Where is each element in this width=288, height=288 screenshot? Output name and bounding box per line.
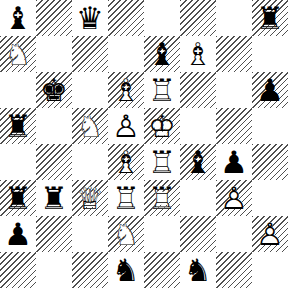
square-c3[interactable]: ♛♕ (72, 180, 108, 216)
square-e5[interactable]: ♚♔ (144, 108, 180, 144)
square-g7[interactable] (216, 36, 252, 72)
white-knight: ♘ (108, 216, 144, 252)
white-knight: ♘ (72, 108, 108, 144)
square-h1[interactable] (252, 252, 288, 288)
square-h7[interactable] (252, 36, 288, 72)
black-rook: ♜ (36, 180, 72, 216)
square-d7[interactable] (108, 36, 144, 72)
square-f1[interactable]: ♞ (180, 252, 216, 288)
square-f7[interactable]: ♝♗ (180, 36, 216, 72)
square-g6[interactable] (216, 72, 252, 108)
black-rook: ♜ (0, 180, 36, 216)
square-b7[interactable] (36, 36, 72, 72)
white-rook: ♖ (144, 180, 180, 216)
square-g3[interactable]: ♟♙ (216, 180, 252, 216)
square-f3[interactable] (180, 180, 216, 216)
square-g2[interactable] (216, 216, 252, 252)
white-knight: ♘ (0, 36, 36, 72)
square-e6[interactable]: ♜♖ (144, 72, 180, 108)
square-h5[interactable] (252, 108, 288, 144)
square-b3[interactable]: ♜ (36, 180, 72, 216)
white-rook: ♖ (144, 144, 180, 180)
black-queen: ♛ (72, 0, 108, 36)
square-f4[interactable]: ♝ (180, 144, 216, 180)
square-e7[interactable]: ♝ (144, 36, 180, 72)
white-king: ♔ (144, 108, 180, 144)
square-h3[interactable] (252, 180, 288, 216)
black-knight: ♞ (108, 252, 144, 288)
square-e3[interactable]: ♜♖ (144, 180, 180, 216)
square-d1[interactable]: ♞ (108, 252, 144, 288)
black-king: ♚ (36, 72, 72, 108)
square-c8[interactable]: ♛ (72, 0, 108, 36)
square-e2[interactable] (144, 216, 180, 252)
white-rook: ♖ (144, 72, 180, 108)
square-f5[interactable] (180, 108, 216, 144)
square-a8[interactable]: ♝ (0, 0, 36, 36)
square-c4[interactable] (72, 144, 108, 180)
white-queen: ♕ (72, 180, 108, 216)
white-bishop: ♗ (108, 72, 144, 108)
square-a7[interactable]: ♞♘ (0, 36, 36, 72)
white-bishop: ♗ (108, 144, 144, 180)
black-rook: ♜ (252, 0, 288, 36)
black-bishop: ♝ (0, 0, 36, 36)
square-c2[interactable] (72, 216, 108, 252)
square-e4[interactable]: ♜♖ (144, 144, 180, 180)
black-pawn: ♟ (0, 216, 36, 252)
square-a1[interactable] (0, 252, 36, 288)
square-b1[interactable] (36, 252, 72, 288)
square-d3[interactable]: ♜♖ (108, 180, 144, 216)
square-d8[interactable] (108, 0, 144, 36)
black-bishop: ♝ (144, 36, 180, 72)
square-b2[interactable] (36, 216, 72, 252)
white-pawn: ♙ (216, 180, 252, 216)
square-e1[interactable] (144, 252, 180, 288)
square-h6[interactable]: ♟ (252, 72, 288, 108)
black-knight: ♞ (180, 252, 216, 288)
square-b5[interactable] (36, 108, 72, 144)
square-a4[interactable] (0, 144, 36, 180)
white-rook: ♖ (108, 180, 144, 216)
square-c1[interactable] (72, 252, 108, 288)
square-e8[interactable] (144, 0, 180, 36)
square-h4[interactable] (252, 144, 288, 180)
square-h2[interactable]: ♟♙ (252, 216, 288, 252)
black-pawn: ♟ (216, 144, 252, 180)
square-g1[interactable] (216, 252, 252, 288)
square-g5[interactable] (216, 108, 252, 144)
square-f6[interactable] (180, 72, 216, 108)
chess-board: ♝♛♜♞♘♝♝♗♚♝♗♜♖♟♜♞♘♟♙♚♔♝♗♜♖♝♟♜♜♛♕♜♖♜♖♟♙♟♞♘… (0, 0, 288, 288)
square-c6[interactable] (72, 72, 108, 108)
square-a5[interactable]: ♜ (0, 108, 36, 144)
black-bishop: ♝ (180, 144, 216, 180)
white-pawn: ♙ (252, 216, 288, 252)
square-d6[interactable]: ♝♗ (108, 72, 144, 108)
square-f8[interactable] (180, 0, 216, 36)
square-c7[interactable] (72, 36, 108, 72)
square-b8[interactable] (36, 0, 72, 36)
square-g8[interactable] (216, 0, 252, 36)
square-c5[interactable]: ♞♘ (72, 108, 108, 144)
square-d5[interactable]: ♟♙ (108, 108, 144, 144)
square-d2[interactable]: ♞♘ (108, 216, 144, 252)
white-pawn: ♙ (108, 108, 144, 144)
square-d4[interactable]: ♝♗ (108, 144, 144, 180)
square-a2[interactable]: ♟ (0, 216, 36, 252)
square-a3[interactable]: ♜ (0, 180, 36, 216)
white-bishop: ♗ (180, 36, 216, 72)
square-f2[interactable] (180, 216, 216, 252)
square-a6[interactable] (0, 72, 36, 108)
square-b4[interactable] (36, 144, 72, 180)
black-pawn: ♟ (252, 72, 288, 108)
square-h8[interactable]: ♜ (252, 0, 288, 36)
black-rook: ♜ (0, 108, 36, 144)
square-b6[interactable]: ♚ (36, 72, 72, 108)
square-g4[interactable]: ♟ (216, 144, 252, 180)
